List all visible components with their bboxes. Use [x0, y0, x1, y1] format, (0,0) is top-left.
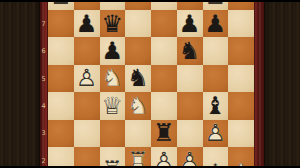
square-f4 [177, 92, 203, 119]
square-f5 [177, 65, 203, 92]
square-e3: ♜ [151, 120, 177, 147]
square-h3 [228, 120, 254, 147]
square-h7 [228, 10, 254, 37]
square-c7: ♛ [100, 10, 126, 37]
piece-white-knight-c5: ♘ [100, 65, 126, 92]
square-e2: ♟♙ [151, 147, 177, 168]
square-f7: ♟ [177, 10, 203, 37]
square-b3 [74, 120, 100, 147]
piece-black-pawn-b7: ♟ [74, 10, 100, 37]
square-e6 [151, 37, 177, 64]
square-a7 [48, 10, 74, 37]
piece-white-pawn-g3: ♟ [203, 120, 229, 147]
square-a4 [48, 92, 74, 119]
piece-white-pawn-g3: ♙ [203, 120, 229, 147]
piece-black-pawn-f7: ♟ [177, 10, 203, 37]
square-a2 [48, 147, 74, 168]
piece-white-pawn-e2: ♟ [151, 147, 177, 168]
piece-white-rook-d2: ♖ [125, 147, 151, 168]
piece-white-queen-c4: ♕ [100, 92, 126, 119]
square-d5: ♞ [125, 65, 151, 92]
piece-white-rook-d2: ♜ [125, 147, 151, 168]
chess-board: ♜♜♟♛♟♟♟♞♟♙♞♘♞♛♕♞♘♝♜♟♙♜♖♟♙♟♙♜♖♚♔♝♗ [48, 0, 254, 168]
square-f6: ♞ [177, 37, 203, 64]
square-c2 [100, 147, 126, 168]
square-e4 [151, 92, 177, 119]
piece-black-knight-d5: ♞ [125, 65, 151, 92]
square-b6 [74, 37, 100, 64]
square-h4 [228, 92, 254, 119]
square-g6 [203, 37, 229, 64]
square-d4: ♞♘ [125, 92, 151, 119]
square-b4 [74, 92, 100, 119]
square-d3 [125, 120, 151, 147]
piece-white-pawn-b5: ♟ [74, 65, 100, 92]
square-b7: ♟ [74, 10, 100, 37]
square-e5 [151, 65, 177, 92]
piece-white-pawn-f2: ♟ [177, 147, 203, 168]
square-c3 [100, 120, 126, 147]
piece-white-pawn-f2: ♙ [177, 147, 203, 168]
square-b5: ♟♙ [74, 65, 100, 92]
square-a5 [48, 65, 74, 92]
piece-black-pawn-g7: ♟ [203, 10, 229, 37]
piece-white-knight-c5: ♞ [100, 65, 126, 92]
square-e7 [151, 10, 177, 37]
square-a6 [48, 37, 74, 64]
video-frame: ♜♜♟♛♟♟♟♞♟♙♞♘♞♛♕♞♘♝♜♟♙♜♖♟♙♟♙♜♖♚♔♝♗ 765432 [0, 0, 300, 168]
piece-white-knight-d4: ♞ [125, 92, 151, 119]
square-h2 [228, 147, 254, 168]
square-g7: ♟ [203, 10, 229, 37]
piece-white-pawn-e2: ♙ [151, 147, 177, 168]
piece-black-queen-c7: ♛ [100, 10, 126, 37]
square-g4: ♝ [203, 92, 229, 119]
square-d6 [125, 37, 151, 64]
square-g2 [203, 147, 229, 168]
letterbox-bar-top [0, 0, 300, 2]
square-c5: ♞♘ [100, 65, 126, 92]
square-h5 [228, 65, 254, 92]
piece-white-knight-d4: ♘ [125, 92, 151, 119]
letterbox-bar-bottom [0, 166, 300, 168]
square-g3: ♟♙ [203, 120, 229, 147]
square-c6: ♟ [100, 37, 126, 64]
piece-black-bishop-g4: ♝ [203, 92, 229, 119]
square-d7 [125, 10, 151, 37]
square-a3 [48, 120, 74, 147]
square-h6 [228, 37, 254, 64]
square-c4: ♛♕ [100, 92, 126, 119]
square-b2 [74, 147, 100, 168]
square-f2: ♟♙ [177, 147, 203, 168]
square-g5 [203, 65, 229, 92]
square-f3 [177, 120, 203, 147]
square-d2: ♜♖ [125, 147, 151, 168]
piece-white-queen-c4: ♛ [100, 92, 126, 119]
piece-white-pawn-b5: ♙ [74, 65, 100, 92]
piece-black-rook-e3: ♜ [151, 120, 177, 147]
piece-black-knight-f6: ♞ [177, 37, 203, 64]
piece-black-pawn-c6: ♟ [100, 37, 126, 64]
